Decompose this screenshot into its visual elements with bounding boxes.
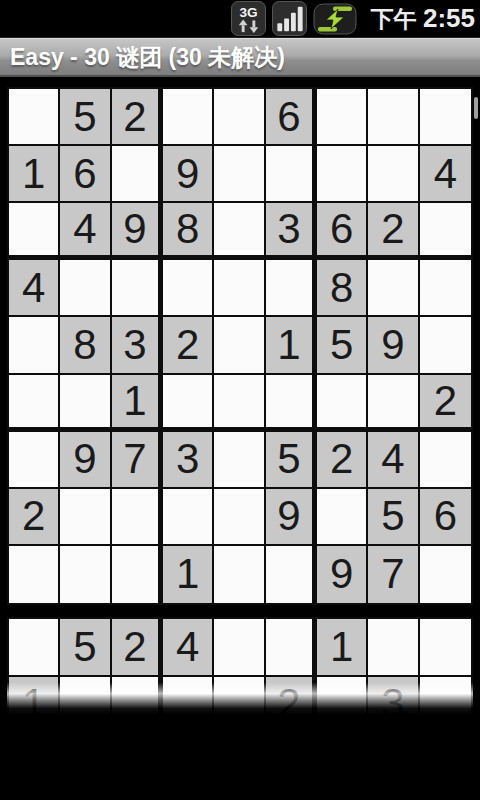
sudoku-cell-r2c7 (317, 146, 368, 203)
sudoku-cell-r7c4: 3 (163, 432, 214, 489)
sudoku-cell-r1c1 (9, 619, 60, 677)
sudoku-cell-r1c1 (9, 89, 60, 146)
sudoku-cell-r1c2: 5 (60, 89, 111, 146)
sudoku-cell-r2c8 (368, 146, 419, 203)
sudoku-cell-r4c8 (368, 260, 419, 317)
sudoku-cell-r1c2: 5 (60, 619, 111, 677)
sudoku-cell-r2c1: 1 (9, 677, 60, 716)
sudoku-cell-r2c7 (317, 677, 368, 716)
sudoku-cell-r1c6 (266, 619, 317, 677)
sudoku-cell-r1c6: 6 (266, 89, 317, 146)
sudoku-cell-r9c8: 7 (368, 546, 419, 603)
sudoku-cell-r7c5 (214, 432, 265, 489)
sudoku-cell-r8c7 (317, 489, 368, 546)
sudoku-cell-r9c6 (266, 546, 317, 603)
sudoku-cell-r1c4 (163, 89, 214, 146)
sudoku-cell-r5c4: 2 (163, 317, 214, 374)
sudoku-cell-r2c9: 4 (420, 146, 471, 203)
sudoku-cell-r8c9: 6 (420, 489, 471, 546)
sudoku-cell-r9c7: 9 (317, 546, 368, 603)
clock-period: 下午 (371, 6, 417, 32)
scrollbar-thumb[interactable] (474, 97, 478, 119)
sudoku-cell-r5c6: 1 (266, 317, 317, 374)
sudoku-cell-r9c4: 1 (163, 546, 214, 603)
sudoku-cell-r3c2: 4 (60, 203, 111, 260)
sudoku-cell-r4c7: 8 (317, 260, 368, 317)
sudoku-cell-r1c7 (317, 89, 368, 146)
status-bar[interactable]: 3G 下午 2:55 (0, 0, 480, 38)
sudoku-cell-r7c2: 9 (60, 432, 111, 489)
sudoku-cell-r3c3: 9 (112, 203, 163, 260)
screen: 3G 下午 2:55 Easy - 30 谜团 (30 未解决) 5261694… (0, 0, 480, 800)
sudoku-cell-r7c3: 7 (112, 432, 163, 489)
sudoku-cell-r4c3 (112, 260, 163, 317)
sudoku-cell-r5c2: 8 (60, 317, 111, 374)
sudoku-cell-r9c5 (214, 546, 265, 603)
sudoku-grid-2: 5241123 (7, 617, 473, 716)
sudoku-cell-r5c7: 5 (317, 317, 368, 374)
sudoku-cell-r7c8: 4 (368, 432, 419, 489)
sudoku-cell-r2c2 (60, 677, 111, 716)
sudoku-cell-r3c8: 2 (368, 203, 419, 260)
sudoku-cell-r5c3: 3 (112, 317, 163, 374)
sudoku-cell-r4c9 (420, 260, 471, 317)
sudoku-cell-r4c2 (60, 260, 111, 317)
sudoku-cell-r4c5 (214, 260, 265, 317)
sudoku-cell-r9c9 (420, 546, 471, 603)
sudoku-cell-r1c3: 2 (112, 619, 163, 677)
sudoku-cell-r6c2 (60, 375, 111, 432)
sudoku-cell-r8c6: 9 (266, 489, 317, 546)
sudoku-cell-r7c7: 2 (317, 432, 368, 489)
sudoku-cell-r3c1 (9, 203, 60, 260)
sudoku-cell-r2c5 (214, 146, 265, 203)
sudoku-cell-r9c2 (60, 546, 111, 603)
sudoku-cell-r2c9 (420, 677, 471, 716)
sudoku-cell-r1c5 (214, 89, 265, 146)
sudoku-cell-r8c1: 2 (9, 489, 60, 546)
svg-text:3G: 3G (239, 5, 257, 20)
sudoku-cell-r7c6: 5 (266, 432, 317, 489)
sudoku-cell-r2c3 (112, 677, 163, 716)
sudoku-cell-r1c9 (420, 619, 471, 677)
sudoku-cell-r7c9 (420, 432, 471, 489)
mobile-data-3g-icon: 3G (231, 1, 266, 36)
sudoku-cell-r2c4: 9 (163, 146, 214, 203)
sudoku-cell-r2c6: 2 (266, 677, 317, 716)
sudoku-cell-r4c1: 4 (9, 260, 60, 317)
sudoku-cell-r3c9 (420, 203, 471, 260)
sudoku-grid-1: 526169449836248832159129735242956197 (7, 87, 473, 605)
sudoku-cell-r8c8: 5 (368, 489, 419, 546)
sudoku-cell-r6c7 (317, 375, 368, 432)
sudoku-cell-r1c7: 1 (317, 619, 368, 677)
sudoku-cell-r9c3 (112, 546, 163, 603)
sudoku-cell-r1c3: 2 (112, 89, 163, 146)
sudoku-cell-r5c8: 9 (368, 317, 419, 374)
sudoku-cell-r8c3 (112, 489, 163, 546)
sudoku-cell-r9c1 (9, 546, 60, 603)
sudoku-cell-r2c5 (214, 677, 265, 716)
sudoku-cell-r1c8 (368, 89, 419, 146)
signal-strength-icon (272, 1, 307, 36)
sudoku-cell-r8c5 (214, 489, 265, 546)
puzzle-list-item-2[interactable]: 5241123 (7, 617, 473, 716)
sudoku-cell-r7c1 (9, 432, 60, 489)
sudoku-cell-r2c1: 1 (9, 146, 60, 203)
sudoku-cell-r4c6 (266, 260, 317, 317)
sudoku-cell-r6c3: 1 (112, 375, 163, 432)
sudoku-cell-r6c4 (163, 375, 214, 432)
sudoku-cell-r6c1 (9, 375, 60, 432)
sudoku-cell-r2c3 (112, 146, 163, 203)
sudoku-cell-r5c1 (9, 317, 60, 374)
sudoku-cell-r8c4 (163, 489, 214, 546)
sudoku-cell-r6c8 (368, 375, 419, 432)
battery-charging-icon (313, 3, 357, 35)
sudoku-cell-r1c8 (368, 619, 419, 677)
sudoku-cell-r6c6 (266, 375, 317, 432)
sudoku-cell-r3c4: 8 (163, 203, 214, 260)
sudoku-cell-r2c6 (266, 146, 317, 203)
sudoku-cell-r4c4 (163, 260, 214, 317)
page-title: Easy - 30 谜团 (30 未解决) (10, 42, 285, 73)
sudoku-cell-r5c5 (214, 317, 265, 374)
sudoku-cell-r1c4: 4 (163, 619, 214, 677)
sudoku-cell-r5c9 (420, 317, 471, 374)
clock-time: 下午 2:55 (371, 3, 477, 35)
puzzle-list: 526169449836248832159129735242956197 524… (0, 87, 480, 716)
puzzle-list-item-1[interactable]: 526169449836248832159129735242956197 (7, 87, 473, 605)
sudoku-cell-r6c5 (214, 375, 265, 432)
sudoku-cell-r6c9: 2 (420, 375, 471, 432)
sudoku-cell-r2c2: 6 (60, 146, 111, 203)
sudoku-cell-r8c2 (60, 489, 111, 546)
title-bar: Easy - 30 谜团 (30 未解决) (0, 38, 480, 77)
clock-digits: 2:55 (423, 3, 475, 33)
sudoku-cell-r3c6: 3 (266, 203, 317, 260)
sudoku-cell-r2c4 (163, 677, 214, 716)
sudoku-cell-r3c5 (214, 203, 265, 260)
sudoku-cell-r3c7: 6 (317, 203, 368, 260)
sudoku-cell-r1c9 (420, 89, 471, 146)
sudoku-cell-r1c5 (214, 619, 265, 677)
sudoku-cell-r2c8: 3 (368, 677, 419, 716)
